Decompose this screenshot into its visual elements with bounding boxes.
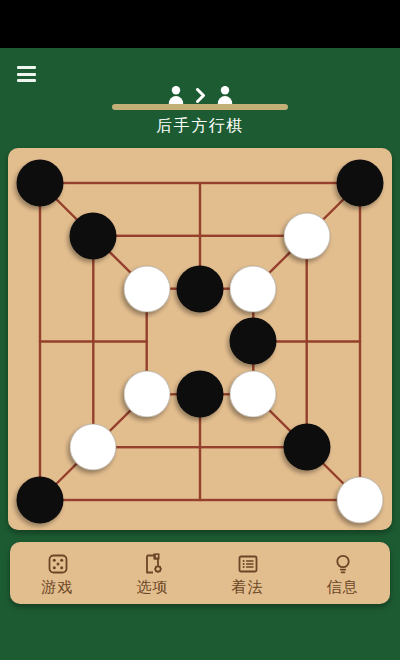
black-piece[interactable] xyxy=(230,318,277,365)
turn-underline xyxy=(112,104,288,110)
black-piece[interactable] xyxy=(70,212,117,259)
toolbar-button-game[interactable]: 游戏 xyxy=(10,542,105,604)
person-icon xyxy=(217,86,233,104)
black-piece[interactable] xyxy=(176,265,223,312)
moves-list-icon xyxy=(236,552,260,576)
white-piece[interactable] xyxy=(336,476,383,523)
black-piece[interactable] xyxy=(336,160,383,207)
dice-icon xyxy=(46,552,70,576)
pieces-layer xyxy=(8,148,392,530)
white-piece[interactable] xyxy=(230,265,277,312)
toolbar-button-moves[interactable]: 着法 xyxy=(200,542,295,604)
page-title: 后手方行棋 xyxy=(0,116,400,137)
toolbar-label-moves: 着法 xyxy=(232,578,264,597)
hamburger-icon xyxy=(17,66,36,69)
lightbulb-icon xyxy=(331,552,355,576)
black-piece[interactable] xyxy=(17,160,64,207)
toolbar: 游戏 选项 xyxy=(10,542,390,604)
turn-indicator xyxy=(0,84,400,106)
black-piece[interactable] xyxy=(283,424,330,471)
white-piece[interactable] xyxy=(230,371,277,418)
person-icon xyxy=(168,86,184,104)
toolbar-label-options: 选项 xyxy=(137,578,169,597)
status-bar xyxy=(0,0,400,48)
menu-button[interactable] xyxy=(17,66,39,82)
toolbar-button-info[interactable]: 信息 xyxy=(295,542,390,604)
toolbar-label-info: 信息 xyxy=(327,578,359,597)
black-piece[interactable] xyxy=(17,476,64,523)
white-piece[interactable] xyxy=(283,212,330,259)
chevron-right-icon xyxy=(195,88,206,103)
white-piece[interactable] xyxy=(70,424,117,471)
white-piece[interactable] xyxy=(123,371,170,418)
toolbar-label-game: 游戏 xyxy=(42,578,74,597)
toolbar-button-options[interactable]: 选项 xyxy=(105,542,200,604)
morris-board[interactable] xyxy=(8,148,392,530)
app-screen: 后手方行棋 xyxy=(0,0,400,660)
black-piece[interactable] xyxy=(176,371,223,418)
options-page-gear-icon xyxy=(141,552,165,576)
white-piece[interactable] xyxy=(123,265,170,312)
